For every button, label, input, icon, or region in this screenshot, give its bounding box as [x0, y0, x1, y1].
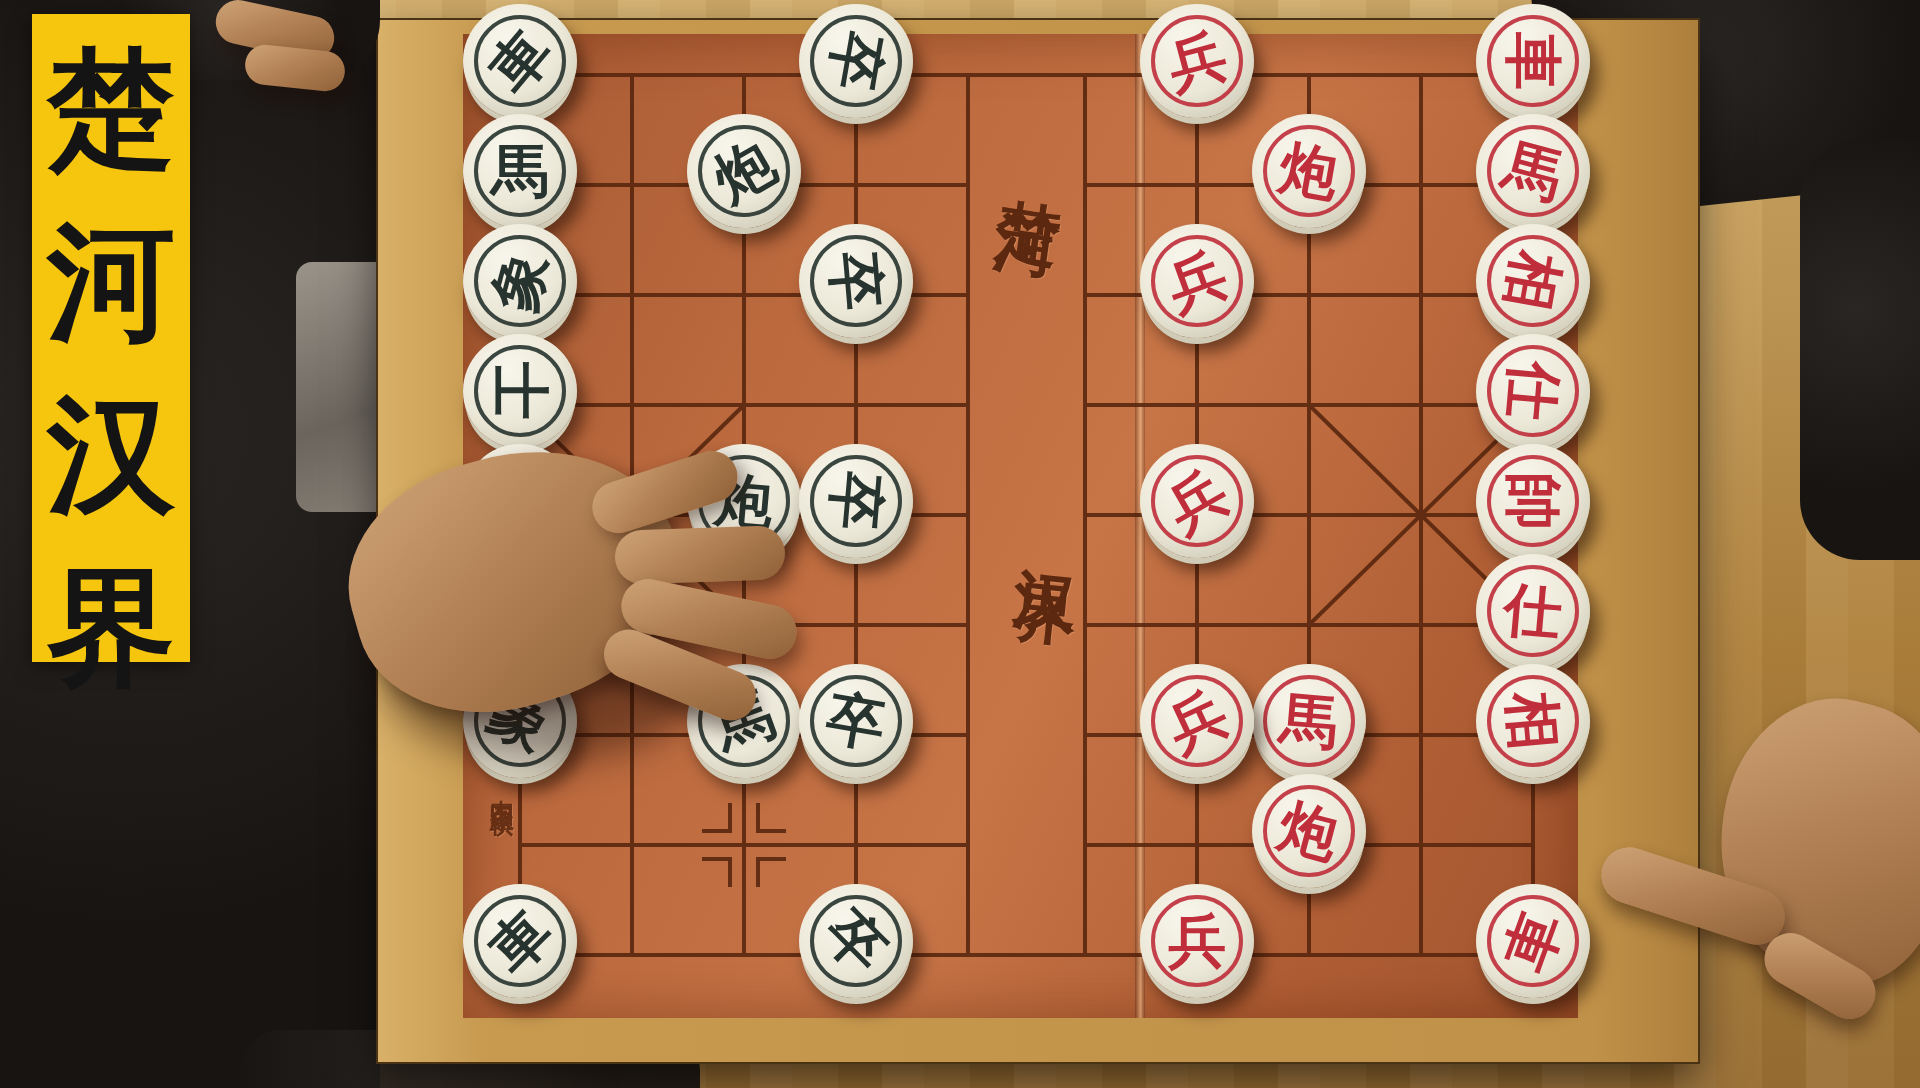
piece-character: 卒	[822, 687, 889, 754]
piece-character: 仕	[1502, 360, 1565, 423]
banner-char-2: 河	[47, 197, 175, 370]
piece-character: 帥	[1504, 472, 1562, 530]
piece-black-soldier[interactable]: 卒	[799, 4, 913, 118]
banner-char-4: 界	[47, 543, 175, 716]
piece-character: 兵	[1161, 25, 1232, 96]
piece-character: 炮	[1273, 795, 1344, 866]
piece-black-cannon[interactable]: 炮	[687, 114, 801, 228]
board-brand-text: 中国象棋	[486, 780, 518, 796]
piece-red-chariot[interactable]: 車	[1476, 4, 1590, 118]
board-fold-crease	[1135, 34, 1145, 1018]
piece-red-advisor[interactable]: 仕	[1476, 554, 1590, 668]
piece-character: 兵	[1160, 244, 1234, 318]
piece-red-elephant[interactable]: 相	[1476, 664, 1590, 778]
piece-red-soldier[interactable]: 兵	[1140, 444, 1254, 558]
piece-character: 炮	[704, 131, 783, 210]
piece-character: 炮	[1275, 137, 1342, 204]
piece-character: 兵	[1158, 682, 1235, 759]
piece-character: 馬	[1278, 690, 1341, 753]
piece-character: 兵	[1157, 461, 1236, 540]
piece-character: 卒	[822, 27, 889, 94]
piece-black-soldier[interactable]: 卒	[799, 224, 913, 338]
piece-black-advisor[interactable]: 士	[463, 334, 577, 448]
piece-black-horse[interactable]: 馬	[463, 114, 577, 228]
piece-red-soldier[interactable]: 兵	[1140, 884, 1254, 998]
piece-character: 相	[1499, 247, 1566, 314]
piece-character: 仕	[1502, 580, 1565, 643]
piece-black-soldier[interactable]: 卒	[799, 444, 913, 558]
piece-red-cannon[interactable]: 炮	[1252, 114, 1366, 228]
piece-character: 卒	[815, 900, 897, 982]
scene: 楚河 汉界 中国象棋 車馬象士将士象車炮炮馬卒卒卒卒卒車馬相仕帥仕相車炮馬炮兵兵…	[0, 0, 1920, 1088]
piece-character: 卒	[825, 250, 888, 313]
player-right-sleeve	[1800, 140, 1920, 560]
piece-red-cannon[interactable]: 炮	[1252, 774, 1366, 888]
piece-character: 卒	[825, 470, 888, 533]
piece-character: 士	[491, 362, 549, 420]
piece-character: 馬	[1497, 135, 1568, 206]
piece-character: 車	[1504, 32, 1562, 90]
piece-black-soldier[interactable]: 卒	[799, 664, 913, 778]
piece-character: 車	[479, 900, 561, 982]
piece-red-elephant[interactable]: 相	[1476, 224, 1590, 338]
piece-red-soldier[interactable]: 兵	[1140, 664, 1254, 778]
piece-black-chariot[interactable]: 車	[463, 4, 577, 118]
piece-red-soldier[interactable]: 兵	[1140, 4, 1254, 118]
piece-black-chariot[interactable]: 車	[463, 884, 577, 998]
piece-red-horse[interactable]: 馬	[1252, 664, 1366, 778]
moving-hand-finger-2	[614, 525, 786, 585]
banner-char-1: 楚	[47, 24, 175, 197]
piece-black-soldier[interactable]: 卒	[799, 884, 913, 998]
piece-character: 象	[484, 245, 555, 316]
piece-red-advisor[interactable]: 仕	[1476, 334, 1590, 448]
piece-red-general[interactable]: 帥	[1476, 444, 1590, 558]
title-banner: 楚 河 汉 界	[32, 14, 190, 662]
piece-red-soldier[interactable]: 兵	[1140, 224, 1254, 338]
piece-character: 馬	[491, 142, 549, 200]
piece-red-chariot[interactable]: 車	[1476, 884, 1590, 998]
banner-char-3: 汉	[47, 370, 175, 543]
piece-character: 車	[479, 20, 561, 102]
piece-black-elephant[interactable]: 象	[463, 224, 577, 338]
piece-character: 相	[1502, 690, 1565, 753]
piece-red-horse[interactable]: 馬	[1476, 114, 1590, 228]
piece-character: 車	[1496, 904, 1570, 978]
piece-character: 兵	[1168, 912, 1226, 970]
